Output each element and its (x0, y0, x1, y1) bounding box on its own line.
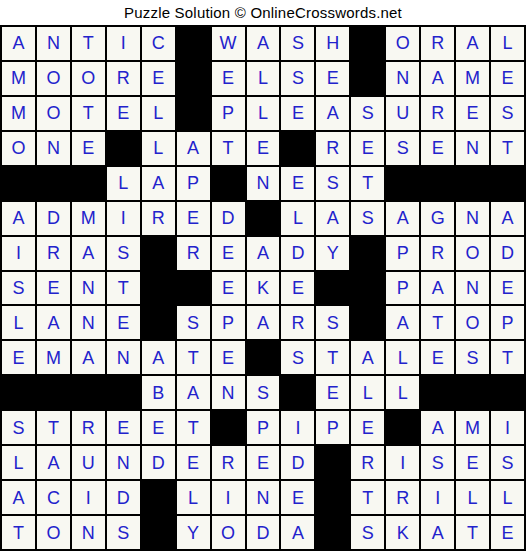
black-cell-r14c5 (142, 481, 175, 514)
black-cell-r5c2 (37, 167, 70, 200)
letter-cell-r14c12: R (386, 481, 419, 514)
letter-cell-r2c10: E (316, 62, 349, 95)
letter-cell-r10c11: A (351, 341, 384, 374)
letter-cell-r9c14: O (456, 306, 489, 339)
letter-cell-r9c12: A (386, 306, 419, 339)
black-cell-r7c11 (351, 237, 384, 270)
letter-cell-r11c7: N (212, 376, 245, 409)
letter-cell-r1c5: C (142, 27, 175, 60)
letter-cell-r3c4: E (107, 97, 140, 130)
black-cell-r11c13 (421, 376, 454, 409)
letter-cell-r7c6: R (177, 237, 210, 270)
letter-cell-r1c10: H (316, 27, 349, 60)
letter-cell-r7c10: Y (316, 237, 349, 270)
black-cell-r10c8 (247, 341, 280, 374)
letter-cell-r13c13: S (421, 446, 454, 479)
letter-cell-r9c4: E (107, 306, 140, 339)
letter-cell-r7c4: S (107, 237, 140, 270)
letter-cell-r6c1: A (2, 202, 35, 235)
letter-cell-r14c7: I (212, 481, 245, 514)
black-cell-r11c1 (2, 376, 35, 409)
letter-cell-r7c15: D (491, 237, 524, 270)
letter-cell-r11c12: L (386, 376, 419, 409)
letter-cell-r10c9: S (281, 341, 314, 374)
letter-cell-r12c6: T (177, 411, 210, 444)
black-cell-r5c3 (72, 167, 105, 200)
letter-cell-r15c7: O (212, 516, 245, 549)
black-cell-r9c11 (351, 306, 384, 339)
letter-cell-r13c14: E (456, 446, 489, 479)
letter-cell-r4c15: T (491, 132, 524, 165)
letter-cell-r12c14: M (456, 411, 489, 444)
letter-cell-r15c11: S (351, 516, 384, 549)
letter-cell-r3c15: S (491, 97, 524, 130)
letter-cell-r11c6: A (177, 376, 210, 409)
black-cell-r8c5 (142, 272, 175, 305)
letter-cell-r7c9: D (281, 237, 314, 270)
letter-cell-r15c9: A (281, 516, 314, 549)
letter-cell-r3c1: M (2, 97, 35, 130)
black-cell-r15c10 (316, 516, 349, 549)
letter-cell-r1c8: A (247, 27, 280, 60)
letter-cell-r15c2: O (37, 516, 70, 549)
letter-cell-r2c5: E (142, 62, 175, 95)
black-cell-r4c9 (281, 132, 314, 165)
letter-cell-r2c3: O (72, 62, 105, 95)
black-cell-r1c6 (177, 27, 210, 60)
letter-cell-r6c3: M (72, 202, 105, 235)
letter-cell-r14c8: N (247, 481, 280, 514)
letter-cell-r9c8: A (247, 306, 280, 339)
letter-cell-r9c9: R (281, 306, 314, 339)
black-cell-r12c7 (212, 411, 245, 444)
letter-cell-r13c11: R (351, 446, 384, 479)
letter-cell-r14c9: E (281, 481, 314, 514)
letter-cell-r4c12: S (386, 132, 419, 165)
letter-cell-r14c1: A (2, 481, 35, 514)
letter-cell-r7c8: A (247, 237, 280, 270)
letter-cell-r10c1: E (2, 341, 35, 374)
black-cell-r6c8 (247, 202, 280, 235)
black-cell-r9c5 (142, 306, 175, 339)
letter-cell-r2c13: A (421, 62, 454, 95)
black-cell-r8c10 (316, 272, 349, 305)
letter-cell-r12c2: T (37, 411, 70, 444)
letter-cell-r2c15: E (491, 62, 524, 95)
letter-cell-r4c3: E (72, 132, 105, 165)
letter-cell-r1c9: S (281, 27, 314, 60)
letter-cell-r7c2: R (37, 237, 70, 270)
letter-cell-r1c14: A (456, 27, 489, 60)
letter-cell-r4c10: R (316, 132, 349, 165)
black-cell-r11c15 (491, 376, 524, 409)
black-cell-r5c12 (386, 167, 419, 200)
letter-cell-r1c2: N (37, 27, 70, 60)
crossword-grid: ANTICWASHORALMOOREELSENAMEMOTELPLEASURES… (0, 25, 526, 551)
letter-cell-r5c6: P (177, 167, 210, 200)
letter-cell-r6c15: A (491, 202, 524, 235)
letter-cell-r12c8: P (247, 411, 280, 444)
black-cell-r7c5 (142, 237, 175, 270)
letter-cell-r14c14: L (456, 481, 489, 514)
letter-cell-r13c12: I (386, 446, 419, 479)
black-cell-r11c2 (37, 376, 70, 409)
letter-cell-r8c8: K (247, 272, 280, 305)
letter-cell-r2c9: S (281, 62, 314, 95)
letter-cell-r5c10: S (316, 167, 349, 200)
letter-cell-r8c1: S (2, 272, 35, 305)
letter-cell-r6c7: D (212, 202, 245, 235)
letter-cell-r1c4: I (107, 27, 140, 60)
letter-cell-r3c11: S (351, 97, 384, 130)
letter-cell-r10c4: N (107, 341, 140, 374)
black-cell-r11c3 (72, 376, 105, 409)
letter-cell-r14c3: I (72, 481, 105, 514)
letter-cell-r15c6: Y (177, 516, 210, 549)
black-cell-r2c6 (177, 62, 210, 95)
letter-cell-r15c4: S (107, 516, 140, 549)
letter-cell-r4c5: L (142, 132, 175, 165)
letter-cell-r10c14: S (456, 341, 489, 374)
letter-cell-r5c4: L (107, 167, 140, 200)
letter-cell-r4c8: E (247, 132, 280, 165)
letter-cell-r7c3: A (72, 237, 105, 270)
letter-cell-r9c7: P (212, 306, 245, 339)
letter-cell-r14c4: D (107, 481, 140, 514)
black-cell-r3c6 (177, 97, 210, 130)
letter-cell-r13c7: R (212, 446, 245, 479)
letter-cell-r15c15: E (491, 516, 524, 549)
black-cell-r5c14 (456, 167, 489, 200)
letter-cell-r7c13: R (421, 237, 454, 270)
letter-cell-r12c3: R (72, 411, 105, 444)
letter-cell-r7c7: E (212, 237, 245, 270)
letter-cell-r15c1: T (2, 516, 35, 549)
letter-cell-r4c11: E (351, 132, 384, 165)
letter-cell-r12c5: E (142, 411, 175, 444)
letter-cell-r3c7: P (212, 97, 245, 130)
letter-cell-r10c2: M (37, 341, 70, 374)
letter-cell-r1c12: O (386, 27, 419, 60)
letter-cell-r6c10: A (316, 202, 349, 235)
black-cell-r8c6 (177, 272, 210, 305)
letter-cell-r8c9: E (281, 272, 314, 305)
black-cell-r5c1 (2, 167, 35, 200)
letter-cell-r10c3: A (72, 341, 105, 374)
letter-cell-r2c7: E (212, 62, 245, 95)
letter-cell-r13c8: E (247, 446, 280, 479)
letter-cell-r10c7: E (212, 341, 245, 374)
letter-cell-r4c14: N (456, 132, 489, 165)
letter-cell-r13c1: L (2, 446, 35, 479)
letter-cell-r12c13: A (421, 411, 454, 444)
letter-cell-r3c13: R (421, 97, 454, 130)
letter-cell-r13c15: S (491, 446, 524, 479)
black-cell-r4c4 (107, 132, 140, 165)
letter-cell-r11c8: S (247, 376, 280, 409)
letter-cell-r6c13: G (421, 202, 454, 235)
black-cell-r12c12 (386, 411, 419, 444)
black-cell-r11c4 (107, 376, 140, 409)
letter-cell-r13c6: E (177, 446, 210, 479)
letter-cell-r15c8: D (247, 516, 280, 549)
page-title: Puzzle Solution © OnlineCrosswords.net (0, 0, 526, 25)
letter-cell-r8c15: E (491, 272, 524, 305)
letter-cell-r5c5: A (142, 167, 175, 200)
letter-cell-r2c12: N (386, 62, 419, 95)
letter-cell-r3c9: E (281, 97, 314, 130)
letter-cell-r4c13: E (421, 132, 454, 165)
letter-cell-r3c3: T (72, 97, 105, 130)
letter-cell-r10c5: A (142, 341, 175, 374)
black-cell-r11c9 (281, 376, 314, 409)
letter-cell-r13c2: A (37, 446, 70, 479)
letter-cell-r8c3: N (72, 272, 105, 305)
letter-cell-r6c14: N (456, 202, 489, 235)
letter-cell-r12c15: I (491, 411, 524, 444)
letter-cell-r4c1: O (2, 132, 35, 165)
black-cell-r15c5 (142, 516, 175, 549)
letter-cell-r2c14: M (456, 62, 489, 95)
letter-cell-r2c2: O (37, 62, 70, 95)
letter-cell-r8c4: T (107, 272, 140, 305)
letter-cell-r10c12: L (386, 341, 419, 374)
letter-cell-r10c13: E (421, 341, 454, 374)
letter-cell-r8c13: A (421, 272, 454, 305)
letter-cell-r1c1: A (2, 27, 35, 60)
letter-cell-r9c6: S (177, 306, 210, 339)
letter-cell-r14c15: L (491, 481, 524, 514)
letter-cell-r9c15: P (491, 306, 524, 339)
letter-cell-r15c13: A (421, 516, 454, 549)
letter-cell-r14c11: T (351, 481, 384, 514)
letter-cell-r7c14: O (456, 237, 489, 270)
letter-cell-r1c13: R (421, 27, 454, 60)
letter-cell-r13c4: N (107, 446, 140, 479)
letter-cell-r10c15: T (491, 341, 524, 374)
letter-cell-r1c7: W (212, 27, 245, 60)
letter-cell-r9c10: S (316, 306, 349, 339)
letter-cell-r4c2: N (37, 132, 70, 165)
letter-cell-r10c10: T (316, 341, 349, 374)
black-cell-r8c11 (351, 272, 384, 305)
black-cell-r11c14 (456, 376, 489, 409)
letter-cell-r3c12: U (386, 97, 419, 130)
letter-cell-r14c2: C (37, 481, 70, 514)
letter-cell-r10c6: T (177, 341, 210, 374)
letter-cell-r2c1: M (2, 62, 35, 95)
letter-cell-r14c13: I (421, 481, 454, 514)
letter-cell-r5c8: N (247, 167, 280, 200)
letter-cell-r6c11: S (351, 202, 384, 235)
letter-cell-r3c10: A (316, 97, 349, 130)
letter-cell-r12c1: S (2, 411, 35, 444)
letter-cell-r9c1: L (2, 306, 35, 339)
letter-cell-r6c4: I (107, 202, 140, 235)
letter-cell-r1c15: L (491, 27, 524, 60)
letter-cell-r15c3: N (72, 516, 105, 549)
letter-cell-r6c12: A (386, 202, 419, 235)
letter-cell-r6c9: L (281, 202, 314, 235)
letter-cell-r13c3: U (72, 446, 105, 479)
letter-cell-r8c14: N (456, 272, 489, 305)
black-cell-r5c7 (212, 167, 245, 200)
letter-cell-r9c13: T (421, 306, 454, 339)
letter-cell-r8c2: E (37, 272, 70, 305)
letter-cell-r8c12: P (386, 272, 419, 305)
letter-cell-r15c12: K (386, 516, 419, 549)
letter-cell-r12c11: E (351, 411, 384, 444)
letter-cell-r11c10: E (316, 376, 349, 409)
letter-cell-r7c12: P (386, 237, 419, 270)
letter-cell-r6c5: R (142, 202, 175, 235)
letter-cell-r15c14: T (456, 516, 489, 549)
letter-cell-r6c2: D (37, 202, 70, 235)
black-cell-r14c10 (316, 481, 349, 514)
black-cell-r5c13 (421, 167, 454, 200)
letter-cell-r9c2: A (37, 306, 70, 339)
black-cell-r5c15 (491, 167, 524, 200)
letter-cell-r3c14: E (456, 97, 489, 130)
letter-cell-r14c6: L (177, 481, 210, 514)
letter-cell-r9c3: N (72, 306, 105, 339)
letter-cell-r12c10: P (316, 411, 349, 444)
letter-cell-r6c6: E (177, 202, 210, 235)
page: Puzzle Solution © OnlineCrosswords.net A… (0, 0, 526, 551)
letter-cell-r3c2: O (37, 97, 70, 130)
letter-cell-r3c8: L (247, 97, 280, 130)
letter-cell-r12c9: I (281, 411, 314, 444)
letter-cell-r11c11: L (351, 376, 384, 409)
black-cell-r13c10 (316, 446, 349, 479)
letter-cell-r12c4: E (107, 411, 140, 444)
black-cell-r1c11 (351, 27, 384, 60)
letter-cell-r2c8: L (247, 62, 280, 95)
black-cell-r2c11 (351, 62, 384, 95)
letter-cell-r3c5: L (142, 97, 175, 130)
letter-cell-r4c6: A (177, 132, 210, 165)
letter-cell-r2c4: R (107, 62, 140, 95)
letter-cell-r7c1: I (2, 237, 35, 270)
letter-cell-r5c11: T (351, 167, 384, 200)
letter-cell-r1c3: T (72, 27, 105, 60)
letter-cell-r13c9: D (281, 446, 314, 479)
letter-cell-r4c7: T (212, 132, 245, 165)
letter-cell-r11c5: B (142, 376, 175, 409)
letter-cell-r8c7: E (212, 272, 245, 305)
letter-cell-r13c5: D (142, 446, 175, 479)
letter-cell-r5c9: E (281, 167, 314, 200)
